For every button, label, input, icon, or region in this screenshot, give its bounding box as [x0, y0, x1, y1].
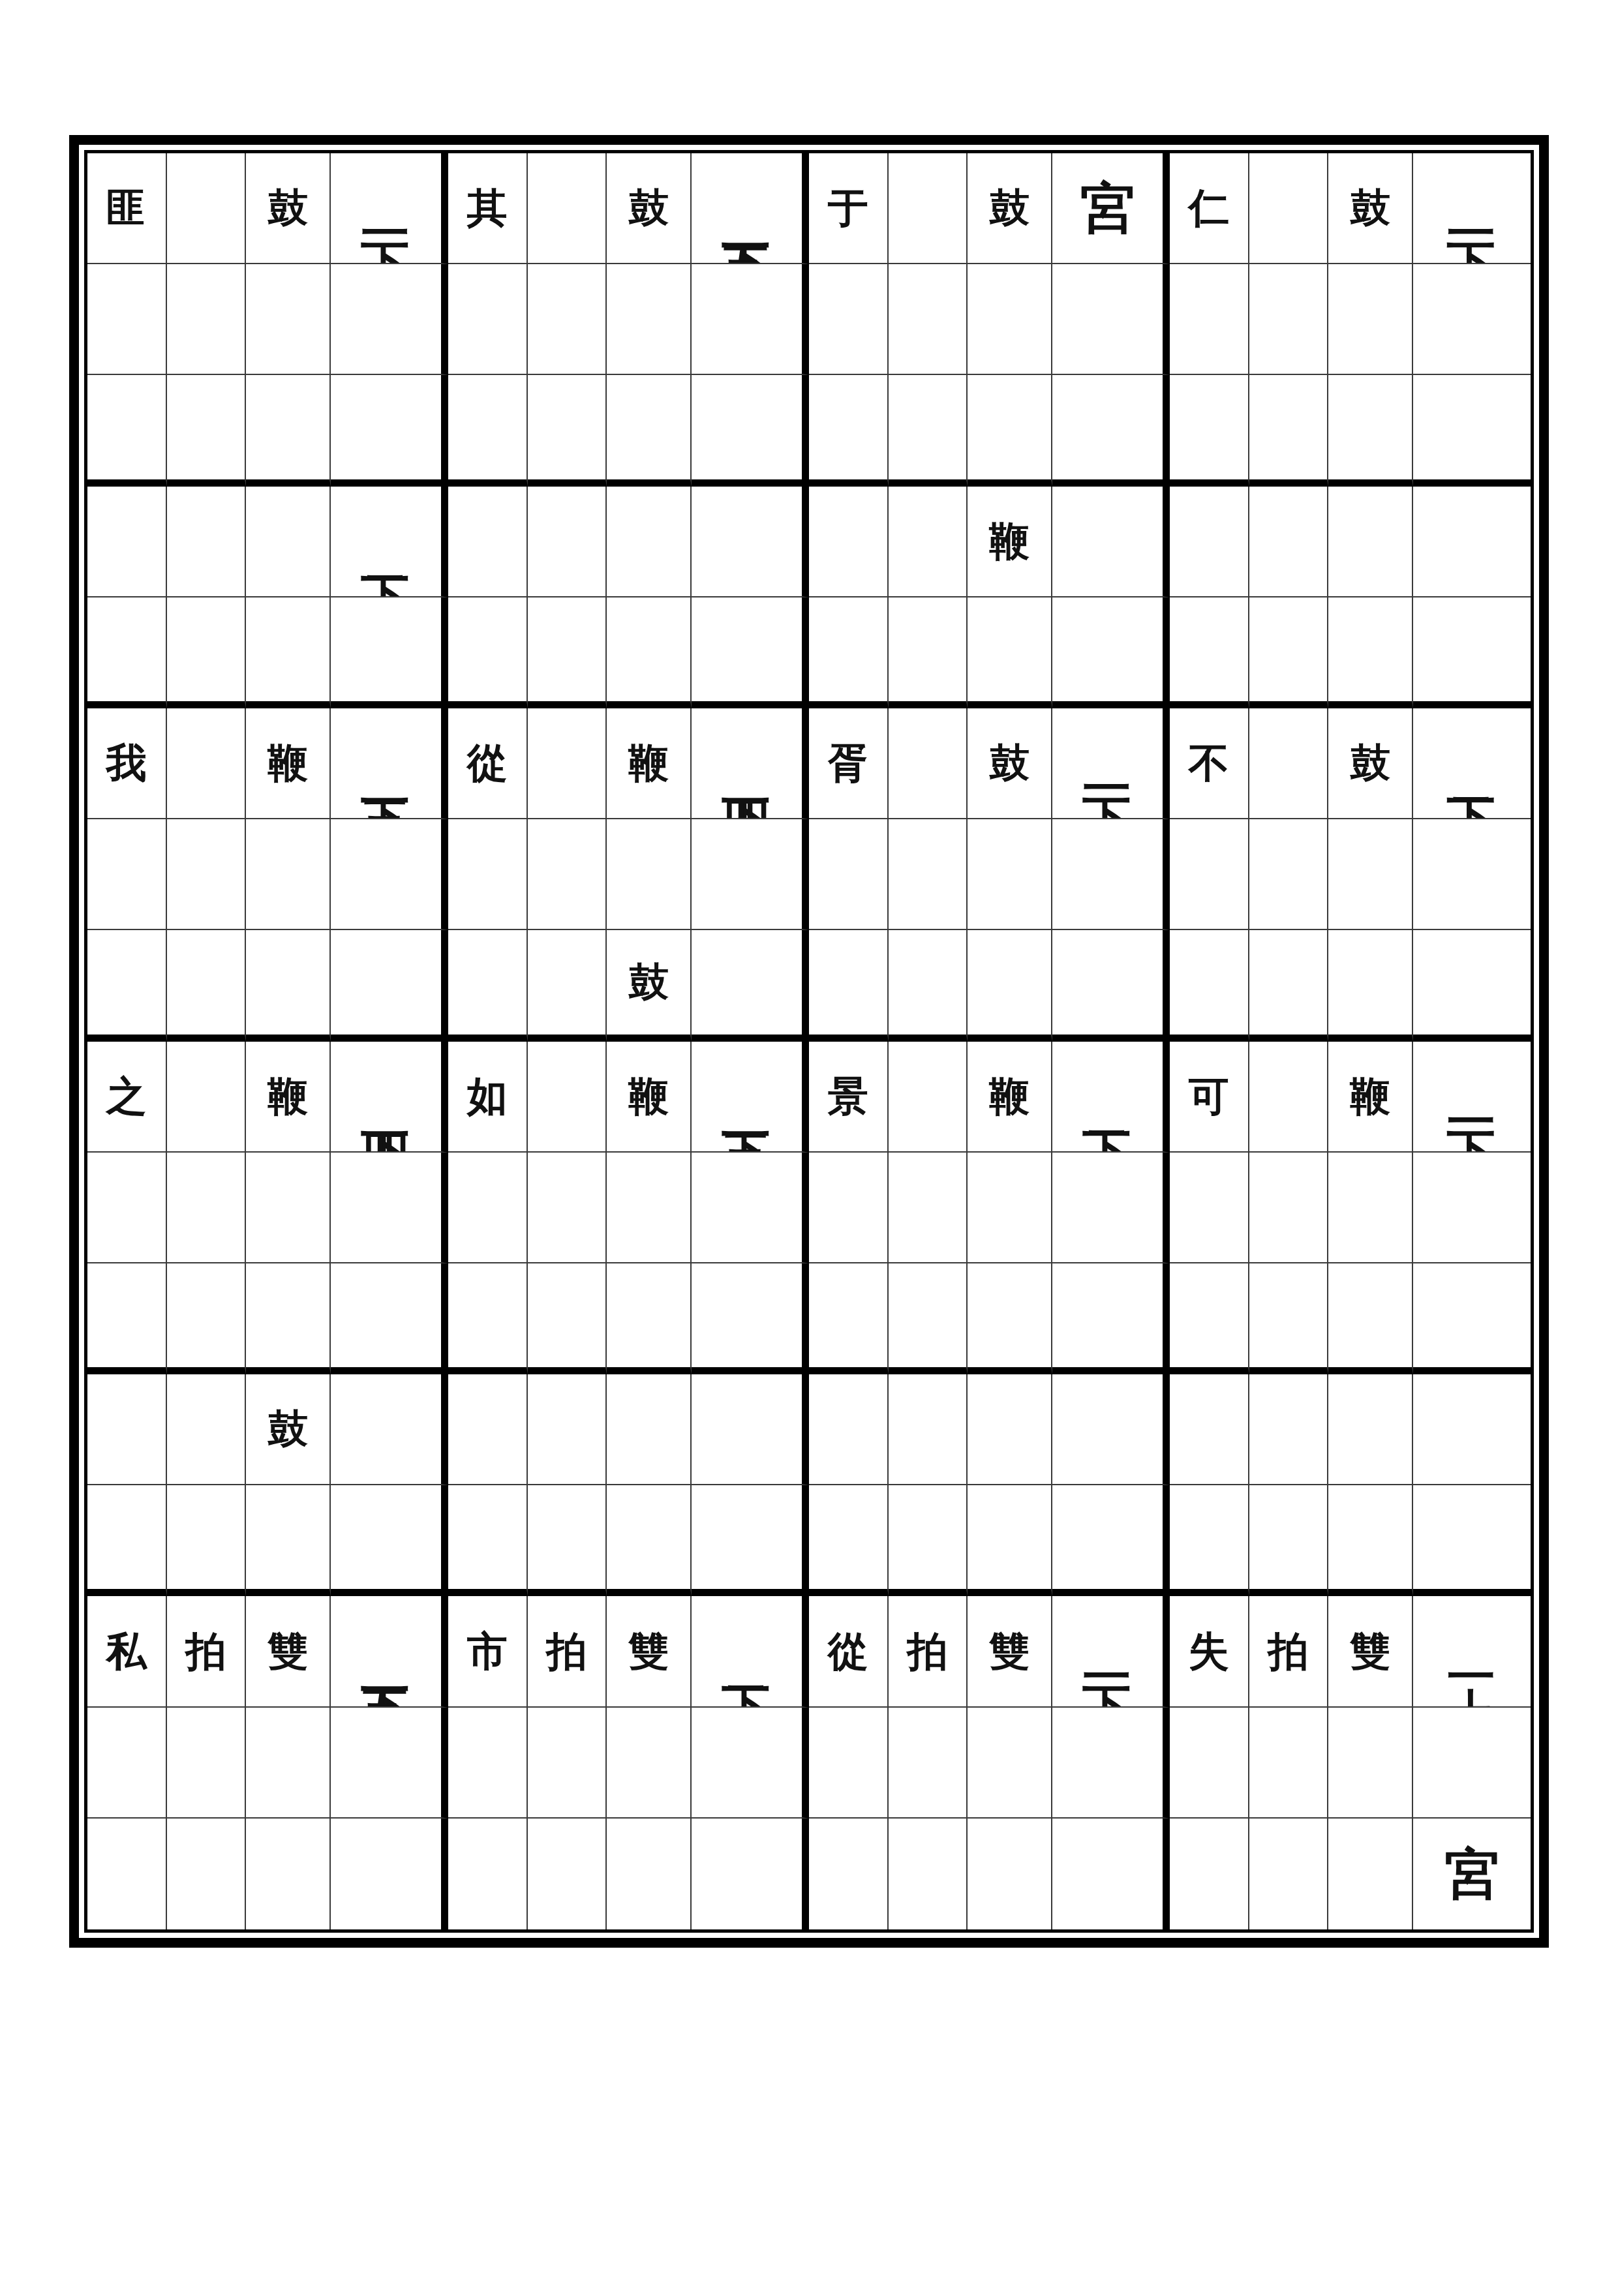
score-cell-r12c1	[87, 1374, 167, 1485]
score-cell-r2c2	[167, 264, 247, 375]
score-cell-r2c4	[331, 264, 448, 375]
score-cell-r9c13-lyric: 可	[1170, 1042, 1249, 1153]
score-cell-r7c10	[889, 819, 968, 930]
score-cell-r9c4-pitch: 下四	[331, 1042, 448, 1153]
score-cell-r3c8	[692, 375, 809, 486]
score-cell-r7c15	[1328, 819, 1413, 930]
score-cell-r4c9	[809, 487, 889, 597]
score-cell-r7c3	[246, 819, 331, 930]
score-cell-r4c13	[1170, 487, 1249, 597]
score-cell-r6c10	[889, 708, 968, 819]
score-cell-r11c8	[692, 1263, 809, 1374]
score-cell-r16c6	[528, 1819, 607, 1929]
score-cell-r15c6	[528, 1708, 607, 1819]
score-cell-r16c11	[968, 1819, 1052, 1929]
score-cell-r10c6	[528, 1153, 607, 1263]
score-cell-r5c10	[889, 597, 968, 708]
score-frame: 匪鼓下一其鼓下五于鼓宮仁鼓下一下二鞭我鞭下三從鞭下四胥鼓下一不鼓下二鼓之鞭下四如…	[69, 135, 1549, 1948]
score-cell-r7c9	[809, 819, 889, 930]
score-cell-r4c12	[1052, 487, 1170, 597]
score-cell-r15c8	[692, 1708, 809, 1819]
score-cell-r3c2	[167, 375, 247, 486]
score-cell-r8c10	[889, 930, 968, 1041]
score-cell-r16c14	[1249, 1819, 1329, 1929]
score-cell-r3c5	[448, 375, 528, 486]
score-cell-r13c10	[889, 1485, 968, 1596]
score-cell-r3c9	[809, 375, 889, 486]
score-cell-r8c13	[1170, 930, 1249, 1041]
score-cell-r5c5	[448, 597, 528, 708]
score-cell-r11c14	[1249, 1263, 1329, 1374]
score-cell-r9c3-drum-whip: 鞭	[246, 1042, 331, 1153]
score-cell-r2c9	[809, 264, 889, 375]
score-cell-r15c2	[167, 1708, 247, 1819]
score-cell-r12c8	[692, 1374, 809, 1485]
score-cell-r13c15	[1328, 1485, 1413, 1596]
score-cell-r10c5	[448, 1153, 528, 1263]
score-cell-r1c2	[167, 153, 247, 264]
score-cell-r8c7-drum-whip: 鼓	[607, 930, 692, 1041]
score-cell-r10c9	[809, 1153, 889, 1263]
score-cell-r4c1	[87, 487, 167, 597]
score-cell-r10c15	[1328, 1153, 1413, 1263]
score-cell-r8c8	[692, 930, 809, 1041]
score-cell-r11c10	[889, 1263, 968, 1374]
score-cell-r8c5	[448, 930, 528, 1041]
score-cell-r9c9-lyric: 景	[809, 1042, 889, 1153]
score-cell-r13c9	[809, 1485, 889, 1596]
score-cell-r8c14	[1249, 930, 1329, 1041]
score-cell-r9c2	[167, 1042, 247, 1153]
score-cell-r8c2	[167, 930, 247, 1041]
score-cell-r16c10	[889, 1819, 968, 1929]
score-cell-r6c12-pitch: 下一	[1052, 708, 1170, 819]
score-cell-r6c3-drum-whip: 鞭	[246, 708, 331, 819]
score-cell-r11c16	[1413, 1263, 1531, 1374]
score-cell-r6c1-lyric: 我	[87, 708, 167, 819]
score-cell-r5c1	[87, 597, 167, 708]
score-cell-r7c11	[968, 819, 1052, 930]
score-cell-r14c10-beat: 拍	[889, 1596, 968, 1707]
score-cell-r2c1	[87, 264, 167, 375]
score-cell-r9c6	[528, 1042, 607, 1153]
score-cell-r11c3	[246, 1263, 331, 1374]
score-cell-r1c15-drum-whip: 鼓	[1328, 153, 1413, 264]
score-cell-r7c7	[607, 819, 692, 930]
score-cell-r4c5	[448, 487, 528, 597]
score-cell-r13c2	[167, 1485, 247, 1596]
score-cell-r1c9-lyric: 于	[809, 153, 889, 264]
score-cell-r10c16	[1413, 1153, 1531, 1263]
score-cell-r1c13-lyric: 仁	[1170, 153, 1249, 264]
score-cell-r1c14	[1249, 153, 1329, 264]
score-cell-r6c11-drum-whip: 鼓	[968, 708, 1052, 819]
score-cell-r2c11	[968, 264, 1052, 375]
score-cell-r15c14	[1249, 1708, 1329, 1819]
score-cell-r13c12	[1052, 1485, 1170, 1596]
score-cell-r7c2	[167, 819, 247, 930]
score-cell-r16c5	[448, 1819, 528, 1929]
score-cell-r10c2	[167, 1153, 247, 1263]
score-cell-r14c5-lyric: 市	[448, 1596, 528, 1707]
score-cell-r12c13	[1170, 1374, 1249, 1485]
score-cell-r14c13-lyric: 失	[1170, 1596, 1249, 1707]
score-cell-r12c11	[968, 1374, 1052, 1485]
score-cell-r14c14-beat: 拍	[1249, 1596, 1329, 1707]
score-cell-r3c13	[1170, 375, 1249, 486]
score-cell-r14c6-beat: 拍	[528, 1596, 607, 1707]
score-cell-r5c2	[167, 597, 247, 708]
score-cell-r3c6	[528, 375, 607, 486]
score-cell-r11c15	[1328, 1263, 1413, 1374]
score-cell-r9c14	[1249, 1042, 1329, 1153]
score-cell-r3c14	[1249, 375, 1329, 486]
score-grid: 匪鼓下一其鼓下五于鼓宮仁鼓下一下二鞭我鞭下三從鞭下四胥鼓下一不鼓下二鼓之鞭下四如…	[87, 153, 1531, 1929]
score-cell-r12c5	[448, 1374, 528, 1485]
score-cell-r14c15-drum-whip: 雙	[1328, 1596, 1413, 1707]
score-cell-r13c7	[607, 1485, 692, 1596]
score-cell-r12c3-drum-whip: 鼓	[246, 1374, 331, 1485]
score-cell-r1c4-pitch: 下一	[331, 153, 448, 264]
score-cell-r8c1	[87, 930, 167, 1041]
score-cell-r14c16-pitch: 上一	[1413, 1596, 1531, 1707]
score-cell-r10c8	[692, 1153, 809, 1263]
score-cell-r1c11-drum-whip: 鼓	[968, 153, 1052, 264]
score-cell-r6c16-pitch: 下二	[1413, 708, 1531, 819]
score-cell-r7c14	[1249, 819, 1329, 930]
score-cell-r9c16-pitch: 下一	[1413, 1042, 1531, 1153]
score-cell-r6c9-lyric: 胥	[809, 708, 889, 819]
score-cell-r5c16	[1413, 597, 1531, 708]
score-cell-r4c3	[246, 487, 331, 597]
score-cell-r12c10	[889, 1374, 968, 1485]
score-cell-r8c15	[1328, 930, 1413, 1041]
score-cell-r7c16	[1413, 819, 1531, 930]
score-cell-r11c12	[1052, 1263, 1170, 1374]
score-cell-r4c6	[528, 487, 607, 597]
score-cell-r9c10	[889, 1042, 968, 1153]
score-cell-r16c9	[809, 1819, 889, 1929]
score-cell-r6c8-pitch: 下四	[692, 708, 809, 819]
score-inner-border: 匪鼓下一其鼓下五于鼓宮仁鼓下一下二鞭我鞭下三從鞭下四胥鼓下一不鼓下二鼓之鞭下四如…	[84, 150, 1534, 1933]
score-cell-r3c1	[87, 375, 167, 486]
score-cell-r7c12	[1052, 819, 1170, 930]
score-cell-r11c1	[87, 1263, 167, 1374]
score-cell-r13c13	[1170, 1485, 1249, 1596]
score-cell-r12c4	[331, 1374, 448, 1485]
score-cell-r16c15	[1328, 1819, 1413, 1929]
score-cell-r1c7-drum-whip: 鼓	[607, 153, 692, 264]
score-cell-r2c3	[246, 264, 331, 375]
score-cell-r14c2-beat: 拍	[167, 1596, 247, 1707]
score-cell-r4c4-pitch: 下二	[331, 487, 448, 597]
score-cell-r7c8	[692, 819, 809, 930]
score-cell-r10c14	[1249, 1153, 1329, 1263]
score-cell-r14c8-pitch: 下二	[692, 1596, 809, 1707]
score-cell-r16c1	[87, 1819, 167, 1929]
score-cell-r10c13	[1170, 1153, 1249, 1263]
score-cell-r9c15-drum-whip: 鞭	[1328, 1042, 1413, 1153]
score-cell-r15c15	[1328, 1708, 1413, 1819]
score-cell-r15c1	[87, 1708, 167, 1819]
score-cell-r10c11	[968, 1153, 1052, 1263]
score-cell-r16c4	[331, 1819, 448, 1929]
score-cell-r7c13	[1170, 819, 1249, 930]
score-cell-r3c4	[331, 375, 448, 486]
score-cell-r15c9	[809, 1708, 889, 1819]
score-cell-r6c13-lyric: 不	[1170, 708, 1249, 819]
score-cell-r5c13	[1170, 597, 1249, 708]
score-cell-r14c7-drum-whip: 雙	[607, 1596, 692, 1707]
score-cell-r10c12	[1052, 1153, 1170, 1263]
score-cell-r15c7	[607, 1708, 692, 1819]
score-cell-r12c2	[167, 1374, 247, 1485]
score-cell-r15c10	[889, 1708, 968, 1819]
score-cell-r13c16	[1413, 1485, 1531, 1596]
score-cell-r13c1	[87, 1485, 167, 1596]
score-cell-r12c16	[1413, 1374, 1531, 1485]
score-cell-r5c4	[331, 597, 448, 708]
score-cell-r10c3	[246, 1153, 331, 1263]
score-cell-r5c12	[1052, 597, 1170, 708]
score-cell-r6c2	[167, 708, 247, 819]
score-cell-r12c14	[1249, 1374, 1329, 1485]
score-cell-r3c7	[607, 375, 692, 486]
score-cell-r1c5-lyric: 其	[448, 153, 528, 264]
score-cell-r8c4	[331, 930, 448, 1041]
score-cell-r11c5	[448, 1263, 528, 1374]
score-cell-r7c4	[331, 819, 448, 930]
score-cell-r4c8	[692, 487, 809, 597]
score-cell-r8c16	[1413, 930, 1531, 1041]
score-cell-r13c3	[246, 1485, 331, 1596]
score-cell-r11c9	[809, 1263, 889, 1374]
score-cell-r11c6	[528, 1263, 607, 1374]
score-cell-r5c15	[1328, 597, 1413, 708]
score-cell-r4c10	[889, 487, 968, 597]
score-cell-r1c8-pitch: 下五	[692, 153, 809, 264]
score-cell-r5c8	[692, 597, 809, 708]
score-cell-r1c10	[889, 153, 968, 264]
score-cell-r7c5	[448, 819, 528, 930]
score-cell-r12c15	[1328, 1374, 1413, 1485]
score-cell-r10c4	[331, 1153, 448, 1263]
score-cell-r1c1-lyric: 匪	[87, 153, 167, 264]
score-cell-r11c13	[1170, 1263, 1249, 1374]
score-cell-r15c12	[1052, 1708, 1170, 1819]
score-cell-r14c9-lyric: 從	[809, 1596, 889, 1707]
score-cell-r1c6	[528, 153, 607, 264]
score-cell-r2c5	[448, 264, 528, 375]
score-cell-r4c16	[1413, 487, 1531, 597]
score-cell-r4c15	[1328, 487, 1413, 597]
score-cell-r9c12-pitch: 下二	[1052, 1042, 1170, 1153]
score-cell-r13c14	[1249, 1485, 1329, 1596]
score-cell-r3c12	[1052, 375, 1170, 486]
score-cell-r15c3	[246, 1708, 331, 1819]
score-cell-r8c6	[528, 930, 607, 1041]
score-cell-r2c6	[528, 264, 607, 375]
score-cell-r6c4-pitch: 下三	[331, 708, 448, 819]
score-cell-r3c16	[1413, 375, 1531, 486]
score-cell-r9c5-lyric: 如	[448, 1042, 528, 1153]
score-cell-r16c7	[607, 1819, 692, 1929]
score-cell-r5c14	[1249, 597, 1329, 708]
score-cell-r5c7	[607, 597, 692, 708]
score-cell-r3c10	[889, 375, 968, 486]
score-cell-r14c1-lyric: 私	[87, 1596, 167, 1707]
score-cell-r13c4	[331, 1485, 448, 1596]
score-cell-r2c14	[1249, 264, 1329, 375]
score-cell-r10c10	[889, 1153, 968, 1263]
score-cell-r3c3	[246, 375, 331, 486]
score-cell-r2c7	[607, 264, 692, 375]
score-cell-r5c6	[528, 597, 607, 708]
score-cell-r16c16-pitch: 宮	[1413, 1819, 1531, 1929]
score-cell-r11c4	[331, 1263, 448, 1374]
score-cell-r11c11	[968, 1263, 1052, 1374]
score-cell-r6c14	[1249, 708, 1329, 819]
score-page: 匪鼓下一其鼓下五于鼓宮仁鼓下一下二鞭我鞭下三從鞭下四胥鼓下一不鼓下二鼓之鞭下四如…	[0, 0, 1618, 2296]
score-cell-r15c11	[968, 1708, 1052, 1819]
score-cell-r5c9	[809, 597, 889, 708]
score-cell-r16c3	[246, 1819, 331, 1929]
score-cell-r14c11-drum-whip: 雙	[968, 1596, 1052, 1707]
score-cell-r15c5	[448, 1708, 528, 1819]
score-cell-r4c11-drum-whip: 鞭	[968, 487, 1052, 597]
score-cell-r15c13	[1170, 1708, 1249, 1819]
score-cell-r11c2	[167, 1263, 247, 1374]
score-cell-r9c1-lyric: 之	[87, 1042, 167, 1153]
score-cell-r13c8	[692, 1485, 809, 1596]
score-cell-r9c11-drum-whip: 鞭	[968, 1042, 1052, 1153]
score-cell-r6c5-lyric: 從	[448, 708, 528, 819]
score-cell-r1c3-drum-whip: 鼓	[246, 153, 331, 264]
score-cell-r8c11	[968, 930, 1052, 1041]
score-cell-r3c11	[968, 375, 1052, 486]
score-cell-r13c11	[968, 1485, 1052, 1596]
score-cell-r2c13	[1170, 264, 1249, 375]
score-cell-r12c7	[607, 1374, 692, 1485]
score-cell-r11c7	[607, 1263, 692, 1374]
score-cell-r16c2	[167, 1819, 247, 1929]
score-cell-r8c12	[1052, 930, 1170, 1041]
score-cell-r2c15	[1328, 264, 1413, 375]
score-cell-r6c6	[528, 708, 607, 819]
score-cell-r12c6	[528, 1374, 607, 1485]
score-cell-r4c14	[1249, 487, 1329, 597]
score-cell-r9c8-pitch: 下三	[692, 1042, 809, 1153]
score-cell-r4c7	[607, 487, 692, 597]
score-cell-r15c4	[331, 1708, 448, 1819]
score-cell-r4c2	[167, 487, 247, 597]
score-cell-r7c6	[528, 819, 607, 930]
score-cell-r8c3	[246, 930, 331, 1041]
score-cell-r14c12-pitch: 下一	[1052, 1596, 1170, 1707]
score-cell-r7c1	[87, 819, 167, 930]
score-cell-r2c8	[692, 264, 809, 375]
score-cell-r2c12	[1052, 264, 1170, 375]
score-cell-r5c11	[968, 597, 1052, 708]
score-cell-r13c5	[448, 1485, 528, 1596]
score-cell-r16c13	[1170, 1819, 1249, 1929]
score-cell-r12c12	[1052, 1374, 1170, 1485]
score-cell-r2c10	[889, 264, 968, 375]
score-cell-r16c12	[1052, 1819, 1170, 1929]
score-cell-r10c1	[87, 1153, 167, 1263]
score-cell-r1c12-pitch: 宮	[1052, 153, 1170, 264]
score-cell-r6c15-drum-whip: 鼓	[1328, 708, 1413, 819]
score-cell-r13c6	[528, 1485, 607, 1596]
score-cell-r2c16	[1413, 264, 1531, 375]
score-cell-r5c3	[246, 597, 331, 708]
score-cell-r10c7	[607, 1153, 692, 1263]
score-cell-r14c3-drum-whip: 雙	[246, 1596, 331, 1707]
score-cell-r12c9	[809, 1374, 889, 1485]
score-cell-r8c9	[809, 930, 889, 1041]
score-cell-r16c8	[692, 1819, 809, 1929]
score-cell-r6c7-drum-whip: 鞭	[607, 708, 692, 819]
score-cell-r1c16-pitch: 下一	[1413, 153, 1531, 264]
score-cell-r14c4-pitch: 下五	[331, 1596, 448, 1707]
score-cell-r9c7-drum-whip: 鞭	[607, 1042, 692, 1153]
score-cell-r3c15	[1328, 375, 1413, 486]
score-cell-r15c16	[1413, 1708, 1531, 1819]
